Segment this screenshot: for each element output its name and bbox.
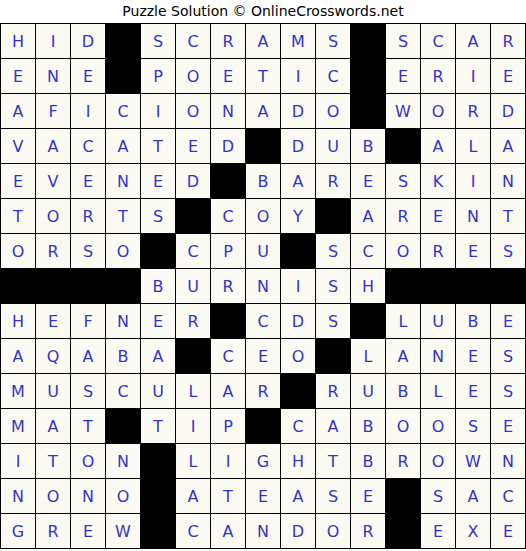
letter-cell-r7c8: U (246, 234, 281, 269)
letter-cell-r8c11: H (351, 269, 386, 304)
letter-cell-r6c14: N (456, 199, 491, 234)
letter-cell-r7c13: R (421, 234, 456, 269)
letter-cell-r4c2: A (36, 129, 71, 164)
letter-cell-r5c3: E (71, 164, 106, 199)
letter-cell-r13c15: N (491, 444, 526, 479)
letter-cell-r11c5: U (141, 374, 176, 409)
letter-cell-r4c15: A (491, 129, 526, 164)
black-cell-r14c12 (386, 479, 421, 514)
letter-cell-r4c6: E (176, 129, 211, 164)
letter-cell-r11c4: C (106, 374, 141, 409)
letter-cell-r10c5: A (141, 339, 176, 374)
letter-cell-r15c4: W (106, 514, 141, 549)
letter-cell-r6c5: S (141, 199, 176, 234)
letter-cell-r12c9: C (281, 409, 316, 444)
letter-cell-r5c10: R (316, 164, 351, 199)
letter-cell-r14c6: A (176, 479, 211, 514)
letter-cell-r2c3: E (71, 59, 106, 94)
letter-cell-r2c9: I (281, 59, 316, 94)
letter-cell-r12c1: M (1, 409, 36, 444)
black-cell-r8c15 (491, 269, 526, 304)
letter-cell-r14c1: N (1, 479, 36, 514)
letter-cell-r14c4: O (106, 479, 141, 514)
letter-cell-r13c4: N (106, 444, 141, 479)
letter-cell-r15c13: E (421, 514, 456, 549)
letter-cell-r3c7: N (211, 94, 246, 129)
letter-cell-r3c6: O (176, 94, 211, 129)
letter-cell-r8c6: U (176, 269, 211, 304)
black-cell-r10c10 (316, 339, 351, 374)
letter-cell-r10c9: O (281, 339, 316, 374)
letter-cell-r11c1: M (1, 374, 36, 409)
letter-cell-r5c9: A (281, 164, 316, 199)
letter-cell-r10c12: A (386, 339, 421, 374)
black-cell-r12c8 (246, 409, 281, 444)
letter-cell-r15c15: E (491, 514, 526, 549)
letter-cell-r7c2: R (36, 234, 71, 269)
letter-cell-r2c7: E (211, 59, 246, 94)
letter-cell-r2c1: E (1, 59, 36, 94)
letter-cell-r7c12: O (386, 234, 421, 269)
letter-cell-r3c14: R (456, 94, 491, 129)
letter-cell-r8c7: R (211, 269, 246, 304)
black-cell-r15c12 (386, 514, 421, 549)
black-cell-r8c13 (421, 269, 456, 304)
letter-cell-r14c2: O (36, 479, 71, 514)
letter-cell-r6c12: R (386, 199, 421, 234)
letter-cell-r2c8: T (246, 59, 281, 94)
letter-cell-r12c2: A (36, 409, 71, 444)
letter-cell-r6c13: E (421, 199, 456, 234)
letter-cell-r9c9: D (281, 304, 316, 339)
letter-cell-r4c11: B (351, 129, 386, 164)
black-cell-r10c6 (176, 339, 211, 374)
letter-cell-r1c15: R (491, 24, 526, 59)
letter-cell-r5c11: E (351, 164, 386, 199)
letter-cell-r15c8: N (246, 514, 281, 549)
black-cell-r15c5 (141, 514, 176, 549)
letter-cell-r1c3: D (71, 24, 106, 59)
letter-cell-r10c11: L (351, 339, 386, 374)
letter-cell-r15c7: A (211, 514, 246, 549)
letter-cell-r13c14: W (456, 444, 491, 479)
letter-cell-r14c3: N (71, 479, 106, 514)
letter-cell-r13c11: B (351, 444, 386, 479)
letter-cell-r9c6: R (176, 304, 211, 339)
letter-cell-r13c7: I (211, 444, 246, 479)
letter-cell-r11c14: E (456, 374, 491, 409)
letter-cell-r8c9: I (281, 269, 316, 304)
letter-cell-r3c1: A (1, 94, 36, 129)
letter-cell-r2c6: O (176, 59, 211, 94)
letter-cell-r15c11: R (351, 514, 386, 549)
letter-cell-r14c8: E (246, 479, 281, 514)
letter-cell-r10c7: C (211, 339, 246, 374)
letter-cell-r1c5: S (141, 24, 176, 59)
letter-cell-r11c6: L (176, 374, 211, 409)
letter-cell-r13c12: R (386, 444, 421, 479)
black-cell-r4c8 (246, 129, 281, 164)
black-cell-r2c11 (351, 59, 386, 94)
letter-cell-r10c13: N (421, 339, 456, 374)
letter-cell-r15c6: C (176, 514, 211, 549)
letter-cell-r6c3: R (71, 199, 106, 234)
letter-cell-r7c7: P (211, 234, 246, 269)
letter-cell-r7c14: E (456, 234, 491, 269)
letter-cell-r1c7: R (211, 24, 246, 59)
letter-cell-r13c8: G (246, 444, 281, 479)
black-cell-r9c11 (351, 304, 386, 339)
letter-cell-r9c5: E (141, 304, 176, 339)
letter-cell-r12c13: O (421, 409, 456, 444)
letter-cell-r4c4: A (106, 129, 141, 164)
letter-cell-r4c1: V (1, 129, 36, 164)
letter-cell-r9c13: U (421, 304, 456, 339)
letter-cell-r14c11: E (351, 479, 386, 514)
letter-cell-r3c3: I (71, 94, 106, 129)
black-cell-r7c9 (281, 234, 316, 269)
letter-cell-r11c13: L (421, 374, 456, 409)
letter-cell-r4c7: D (211, 129, 246, 164)
letter-cell-r6c8: O (246, 199, 281, 234)
letter-cell-r11c15: S (491, 374, 526, 409)
black-cell-r5c7 (211, 164, 246, 199)
letter-cell-r9c3: F (71, 304, 106, 339)
black-cell-r4c12 (386, 129, 421, 164)
letter-cell-r13c9: H (281, 444, 316, 479)
letter-cell-r5c2: V (36, 164, 71, 199)
letter-cell-r1c9: M (281, 24, 316, 59)
letter-cell-r13c1: I (1, 444, 36, 479)
letter-cell-r6c9: Y (281, 199, 316, 234)
letter-cell-r4c9: D (281, 129, 316, 164)
black-cell-r8c2 (36, 269, 71, 304)
letter-cell-r15c10: O (316, 514, 351, 549)
black-cell-r8c4 (106, 269, 141, 304)
letter-cell-r5c1: E (1, 164, 36, 199)
letter-cell-r14c7: T (211, 479, 246, 514)
letter-cell-r7c4: O (106, 234, 141, 269)
letter-cell-r11c2: U (36, 374, 71, 409)
black-cell-r8c14 (456, 269, 491, 304)
letter-cell-r10c1: A (1, 339, 36, 374)
letter-cell-r15c2: R (36, 514, 71, 549)
letter-cell-r12c7: P (211, 409, 246, 444)
letter-cell-r2c14: I (456, 59, 491, 94)
letter-cell-r7c10: S (316, 234, 351, 269)
letter-cell-r14c14: A (456, 479, 491, 514)
letter-cell-r8c5: B (141, 269, 176, 304)
letter-cell-r11c3: S (71, 374, 106, 409)
letter-cell-r5c6: D (176, 164, 211, 199)
letter-cell-r4c14: L (456, 129, 491, 164)
letter-cell-r1c8: A (246, 24, 281, 59)
letter-cell-r11c12: B (386, 374, 421, 409)
black-cell-r7c5 (141, 234, 176, 269)
letter-cell-r9c2: E (36, 304, 71, 339)
letter-cell-r7c3: S (71, 234, 106, 269)
letter-cell-r15c1: G (1, 514, 36, 549)
letter-cell-r7c1: O (1, 234, 36, 269)
letter-cell-r12c11: B (351, 409, 386, 444)
puzzle-solution-page: Puzzle Solution © OnlineCrosswords.net H… (0, 0, 526, 551)
letter-cell-r5c5: E (141, 164, 176, 199)
letter-cell-r10c14: E (456, 339, 491, 374)
black-cell-r6c10 (316, 199, 351, 234)
black-cell-r8c12 (386, 269, 421, 304)
letter-cell-r2c5: P (141, 59, 176, 94)
letter-cell-r12c15: E (491, 409, 526, 444)
black-cell-r11c9 (281, 374, 316, 409)
letter-cell-r13c13: O (421, 444, 456, 479)
letter-cell-r13c2: T (36, 444, 71, 479)
black-cell-r8c3 (71, 269, 106, 304)
letter-cell-r11c11: U (351, 374, 386, 409)
letter-cell-r5c15: N (491, 164, 526, 199)
letter-cell-r5c14: I (456, 164, 491, 199)
letter-cell-r7c15: S (491, 234, 526, 269)
letter-cell-r1c2: I (36, 24, 71, 59)
letter-cell-r10c4: B (106, 339, 141, 374)
letter-cell-r13c10: T (316, 444, 351, 479)
letter-cell-r9c10: S (316, 304, 351, 339)
letter-cell-r3c15: D (491, 94, 526, 129)
letter-cell-r9c1: H (1, 304, 36, 339)
letter-cell-r5c12: S (386, 164, 421, 199)
letter-cell-r3c10: O (316, 94, 351, 129)
letter-cell-r3c8: A (246, 94, 281, 129)
letter-cell-r2c12: E (386, 59, 421, 94)
letter-cell-r10c15: S (491, 339, 526, 374)
letter-cell-r12c6: I (176, 409, 211, 444)
letter-cell-r9c14: B (456, 304, 491, 339)
black-cell-r1c4 (106, 24, 141, 59)
letter-cell-r9c15: E (491, 304, 526, 339)
letter-cell-r6c1: T (1, 199, 36, 234)
letter-cell-r7c6: C (176, 234, 211, 269)
letter-cell-r1c12: S (386, 24, 421, 59)
letter-cell-r2c2: N (36, 59, 71, 94)
letter-cell-r14c15: C (491, 479, 526, 514)
letter-cell-r15c9: D (281, 514, 316, 549)
letter-cell-r4c3: C (71, 129, 106, 164)
black-cell-r14c5 (141, 479, 176, 514)
letter-cell-r12c5: T (141, 409, 176, 444)
letter-cell-r1c13: C (421, 24, 456, 59)
letter-cell-r2c13: R (421, 59, 456, 94)
letter-cell-r2c15: E (491, 59, 526, 94)
letter-cell-r9c12: L (386, 304, 421, 339)
letter-cell-r2c10: C (316, 59, 351, 94)
black-cell-r6c6 (176, 199, 211, 234)
letter-cell-r10c8: E (246, 339, 281, 374)
letter-cell-r1c14: A (456, 24, 491, 59)
letter-cell-r14c13: S (421, 479, 456, 514)
crossword-grid: HIDSCRAMSSCARENEPOETICERIEAFICIONADOWORD… (0, 23, 526, 549)
letter-cell-r12c12: O (386, 409, 421, 444)
letter-cell-r3c13: O (421, 94, 456, 129)
letter-cell-r13c6: L (176, 444, 211, 479)
black-cell-r1c11 (351, 24, 386, 59)
letter-cell-r6c15: T (491, 199, 526, 234)
letter-cell-r12c10: A (316, 409, 351, 444)
letter-cell-r8c8: N (246, 269, 281, 304)
letter-cell-r15c3: E (71, 514, 106, 549)
black-cell-r3c11 (351, 94, 386, 129)
letter-cell-r7c11: C (351, 234, 386, 269)
letter-cell-r6c11: A (351, 199, 386, 234)
letter-cell-r4c5: T (141, 129, 176, 164)
letter-cell-r11c8: R (246, 374, 281, 409)
black-cell-r12c4 (106, 409, 141, 444)
letter-cell-r9c4: N (106, 304, 141, 339)
letter-cell-r3c2: F (36, 94, 71, 129)
letter-cell-r13c3: O (71, 444, 106, 479)
black-cell-r9c7 (211, 304, 246, 339)
letter-cell-r4c13: A (421, 129, 456, 164)
letter-cell-r11c7: A (211, 374, 246, 409)
letter-cell-r9c8: C (246, 304, 281, 339)
letter-cell-r12c14: S (456, 409, 491, 444)
letter-cell-r14c9: A (281, 479, 316, 514)
letter-cell-r5c13: K (421, 164, 456, 199)
letter-cell-r3c9: D (281, 94, 316, 129)
letter-cell-r14c10: S (316, 479, 351, 514)
letter-cell-r1c1: H (1, 24, 36, 59)
letter-cell-r1c6: C (176, 24, 211, 59)
letter-cell-r3c12: W (386, 94, 421, 129)
letter-cell-r4c10: U (316, 129, 351, 164)
letter-cell-r5c4: N (106, 164, 141, 199)
letter-cell-r10c2: Q (36, 339, 71, 374)
black-cell-r8c1 (1, 269, 36, 304)
letter-cell-r3c5: I (141, 94, 176, 129)
letter-cell-r6c4: T (106, 199, 141, 234)
letter-cell-r1c10: S (316, 24, 351, 59)
letter-cell-r15c14: X (456, 514, 491, 549)
letter-cell-r10c3: A (71, 339, 106, 374)
black-cell-r13c5 (141, 444, 176, 479)
letter-cell-r5c8: B (246, 164, 281, 199)
letter-cell-r3c4: C (106, 94, 141, 129)
black-cell-r2c4 (106, 59, 141, 94)
letter-cell-r8c10: S (316, 269, 351, 304)
letter-cell-r11c10: R (316, 374, 351, 409)
letter-cell-r6c2: O (36, 199, 71, 234)
letter-cell-r12c3: T (71, 409, 106, 444)
letter-cell-r6c7: C (211, 199, 246, 234)
page-title: Puzzle Solution © OnlineCrosswords.net (0, 0, 526, 23)
